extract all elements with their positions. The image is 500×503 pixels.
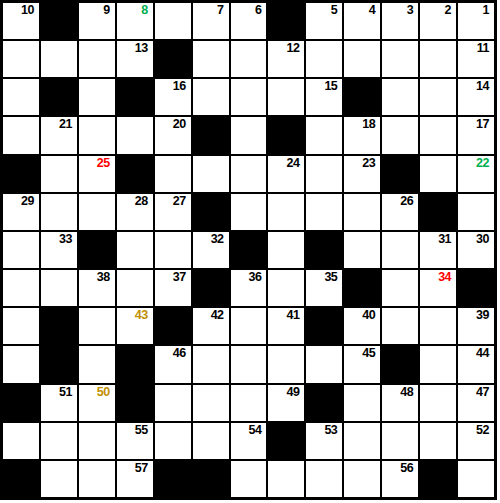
cell-r1c12[interactable]: 2	[420, 3, 456, 39]
clue-number-5: 5	[331, 3, 337, 17]
cell-r9c3[interactable]	[79, 308, 115, 344]
cell-r10c2-black	[41, 346, 77, 382]
cell-r2c12[interactable]	[420, 41, 456, 77]
cell-r9c9-black	[306, 308, 342, 344]
cell-r7c12[interactable]: 31	[420, 232, 456, 268]
cell-r8c4[interactable]	[117, 270, 153, 306]
cell-r7c11[interactable]	[382, 232, 418, 268]
cell-r6c2[interactable]	[41, 194, 77, 230]
clue-number-48: 48	[400, 385, 413, 399]
cell-r10c12[interactable]	[420, 346, 456, 382]
cell-r7c7-black	[231, 232, 267, 268]
cell-r13c11[interactable]: 56	[382, 461, 418, 497]
cell-r10c11-black	[382, 346, 418, 382]
cell-r9c2-black	[41, 308, 77, 344]
clue-number-56: 56	[400, 461, 413, 475]
clue-number-55: 55	[135, 423, 148, 437]
cell-r1c7[interactable]: 6	[231, 3, 267, 39]
cell-r6c8[interactable]	[268, 194, 304, 230]
cell-r9c1[interactable]	[3, 308, 39, 344]
cell-r2c4[interactable]: 13	[117, 41, 153, 77]
clue-number-15: 15	[324, 79, 337, 93]
clue-number-42: 42	[211, 308, 224, 322]
cell-r11c4-black	[117, 385, 153, 421]
cell-r13c13[interactable]	[458, 461, 494, 497]
clue-number-7: 7	[217, 3, 223, 17]
cell-r5c5[interactable]	[155, 156, 191, 192]
cell-r3c4-black	[117, 79, 153, 115]
cell-r7c1[interactable]	[3, 232, 39, 268]
cell-r10c1[interactable]	[3, 346, 39, 382]
cell-r2c13[interactable]: 11	[458, 41, 494, 77]
clue-number-41: 41	[286, 308, 299, 322]
clue-number-17: 17	[476, 117, 489, 131]
clue-number-43: 43	[135, 308, 148, 322]
cell-r1c10[interactable]: 4	[344, 3, 380, 39]
cell-r12c5[interactable]	[155, 423, 191, 459]
cell-r12c13[interactable]: 52	[458, 423, 494, 459]
cell-r2c9[interactable]	[306, 41, 342, 77]
cell-r11c2[interactable]: 51	[41, 385, 77, 421]
clue-number-10: 10	[21, 3, 34, 17]
clue-number-31: 31	[438, 232, 451, 246]
cell-r8c8[interactable]	[268, 270, 304, 306]
clue-number-11: 11	[477, 41, 489, 55]
cell-r2c7[interactable]	[231, 41, 267, 77]
cell-r7c2[interactable]: 33	[41, 232, 77, 268]
cell-r10c9[interactable]	[306, 346, 342, 382]
cell-r5c3[interactable]: 25	[79, 156, 115, 192]
cell-r6c10[interactable]	[344, 194, 380, 230]
clue-number-35: 35	[324, 270, 337, 284]
cell-r13c9[interactable]	[306, 461, 342, 497]
cell-r8c12[interactable]: 34	[420, 270, 456, 306]
clue-number-18: 18	[362, 117, 375, 131]
cell-r8c3[interactable]: 38	[79, 270, 115, 306]
clue-number-33: 33	[59, 232, 72, 246]
clue-number-16: 16	[173, 79, 186, 93]
clue-number-50: 50	[97, 385, 110, 399]
cell-r12c9[interactable]: 53	[306, 423, 342, 459]
cell-r4c9[interactable]	[306, 117, 342, 153]
clue-number-9: 9	[103, 3, 109, 17]
cell-r3c3[interactable]	[79, 79, 115, 115]
clue-number-13: 13	[135, 41, 148, 55]
cell-r9c11[interactable]	[382, 308, 418, 344]
cell-r6c5[interactable]: 27	[155, 194, 191, 230]
clue-number-49: 49	[286, 385, 299, 399]
cell-r10c4-black	[117, 346, 153, 382]
cell-r10c13[interactable]: 44	[458, 346, 494, 382]
cell-r3c13[interactable]: 14	[458, 79, 494, 115]
clue-number-47: 47	[476, 385, 489, 399]
clue-number-44: 44	[476, 346, 489, 360]
clue-number-1: 1	[483, 3, 489, 17]
cell-r3c5[interactable]: 16	[155, 79, 191, 115]
cell-r6c7[interactable]	[231, 194, 267, 230]
cell-r9c7[interactable]	[231, 308, 267, 344]
clue-number-6: 6	[255, 3, 261, 17]
cell-r8c11[interactable]	[382, 270, 418, 306]
clue-number-52: 52	[476, 423, 489, 437]
cell-r13c5-black	[155, 461, 191, 497]
cell-r2c8[interactable]: 12	[268, 41, 304, 77]
clue-number-26: 26	[400, 194, 413, 208]
clue-number-38: 38	[97, 270, 110, 284]
cell-r1c1[interactable]: 10	[3, 3, 39, 39]
cell-r6c13[interactable]	[458, 194, 494, 230]
cell-r12c2[interactable]	[41, 423, 77, 459]
clue-number-54: 54	[249, 423, 262, 437]
cell-r13c6-black	[193, 461, 229, 497]
cell-r4c3[interactable]	[79, 117, 115, 153]
cell-r2c5-black	[155, 41, 191, 77]
cell-r9c8[interactable]: 41	[268, 308, 304, 344]
cell-r8c2[interactable]	[41, 270, 77, 306]
cell-r11c13[interactable]: 47	[458, 385, 494, 421]
cell-r11c11[interactable]: 48	[382, 385, 418, 421]
crossword-grid: 1098765432113121116151421201817252423222…	[0, 0, 497, 500]
cell-r2c6[interactable]	[193, 41, 229, 77]
cell-r4c1[interactable]	[3, 117, 39, 153]
clue-number-53: 53	[324, 423, 337, 437]
cell-r12c8-black	[268, 423, 304, 459]
cell-r13c8[interactable]	[268, 461, 304, 497]
cell-r1c4[interactable]: 8	[117, 3, 153, 39]
cell-r4c10[interactable]: 18	[344, 117, 380, 153]
cell-r1c9[interactable]: 5	[306, 3, 342, 39]
cell-r11c6[interactable]	[193, 385, 229, 421]
cell-r4c8-black	[268, 117, 304, 153]
clue-number-27: 27	[173, 194, 186, 208]
cell-r7c4[interactable]	[117, 232, 153, 268]
cell-r7c5[interactable]	[155, 232, 191, 268]
cell-r11c5[interactable]	[155, 385, 191, 421]
clue-number-20: 20	[173, 117, 186, 131]
cell-r11c10[interactable]	[344, 385, 380, 421]
cell-r1c8-black	[268, 3, 304, 39]
clue-number-39: 39	[476, 308, 489, 322]
cell-r6c6-black	[193, 194, 229, 230]
cell-r3c12[interactable]	[420, 79, 456, 115]
cell-r6c12-black	[420, 194, 456, 230]
cell-r12c10[interactable]	[344, 423, 380, 459]
cell-r6c3[interactable]	[79, 194, 115, 230]
cell-r10c5[interactable]: 46	[155, 346, 191, 382]
clue-number-12: 12	[286, 41, 299, 55]
cell-r12c11[interactable]	[382, 423, 418, 459]
cell-r7c9-black	[306, 232, 342, 268]
cell-r12c6[interactable]	[193, 423, 229, 459]
cell-r9c10[interactable]: 40	[344, 308, 380, 344]
cell-r2c3[interactable]	[79, 41, 115, 77]
cell-r2c2[interactable]	[41, 41, 77, 77]
clue-number-25: 25	[97, 156, 110, 170]
cell-r2c11[interactable]	[382, 41, 418, 77]
cell-r10c7[interactable]	[231, 346, 267, 382]
cell-r9c5-black	[155, 308, 191, 344]
clue-number-24: 24	[286, 156, 299, 170]
cell-r7c6[interactable]: 32	[193, 232, 229, 268]
cell-r3c11[interactable]	[382, 79, 418, 115]
cell-r8c10-black	[344, 270, 380, 306]
clue-number-23: 23	[362, 156, 375, 170]
cell-r4c6-black	[193, 117, 229, 153]
crossword-page: 1098765432113121116151421201817252423222…	[0, 0, 500, 503]
cell-r11c12[interactable]	[420, 385, 456, 421]
cell-r1c6[interactable]: 7	[193, 3, 229, 39]
cell-r11c3[interactable]: 50	[79, 385, 115, 421]
clue-number-4: 4	[369, 3, 375, 17]
cell-r8c7[interactable]: 36	[231, 270, 267, 306]
cell-r8c1[interactable]	[3, 270, 39, 306]
cell-r7c8[interactable]	[268, 232, 304, 268]
cell-r10c6[interactable]	[193, 346, 229, 382]
cell-r1c11[interactable]: 3	[382, 3, 418, 39]
cell-r7c10[interactable]	[344, 232, 380, 268]
cell-r13c4[interactable]: 57	[117, 461, 153, 497]
clue-number-37: 37	[173, 270, 186, 284]
cell-r4c7[interactable]	[231, 117, 267, 153]
cell-r3c9[interactable]: 15	[306, 79, 342, 115]
cell-r6c4[interactable]: 28	[117, 194, 153, 230]
cell-r10c8[interactable]	[268, 346, 304, 382]
cell-r10c3[interactable]	[79, 346, 115, 382]
cell-r5c1-black	[3, 156, 39, 192]
clue-number-46: 46	[173, 346, 186, 360]
clue-number-8: 8	[141, 3, 147, 17]
cell-r4c11[interactable]	[382, 117, 418, 153]
cell-r9c4[interactable]: 43	[117, 308, 153, 344]
cell-r1c13[interactable]: 1	[458, 3, 494, 39]
cell-r11c7[interactable]	[231, 385, 267, 421]
cell-r8c6-black	[193, 270, 229, 306]
cell-r8c5[interactable]: 37	[155, 270, 191, 306]
cell-r4c4[interactable]	[117, 117, 153, 153]
cell-r8c9[interactable]: 35	[306, 270, 342, 306]
clue-number-57: 57	[135, 461, 148, 475]
cell-r11c9-black	[306, 385, 342, 421]
cell-r8c13-black	[458, 270, 494, 306]
cell-r5c9[interactable]	[306, 156, 342, 192]
cell-r5c6[interactable]	[193, 156, 229, 192]
cell-r5c10[interactable]: 23	[344, 156, 380, 192]
clue-number-40: 40	[362, 308, 375, 322]
clue-number-3: 3	[407, 3, 413, 17]
clue-number-29: 29	[21, 194, 34, 208]
cell-r13c7[interactable]	[231, 461, 267, 497]
cell-r4c13[interactable]: 17	[458, 117, 494, 153]
clue-number-45: 45	[362, 346, 375, 360]
cell-r2c1[interactable]	[3, 41, 39, 77]
cell-r2c10[interactable]	[344, 41, 380, 77]
clue-number-28: 28	[135, 194, 148, 208]
cell-r11c1-black	[3, 385, 39, 421]
cell-r13c3[interactable]	[79, 461, 115, 497]
cell-r5c8[interactable]: 24	[268, 156, 304, 192]
cell-r3c7[interactable]	[231, 79, 267, 115]
clue-number-34: 34	[438, 270, 451, 284]
clue-number-2: 2	[445, 3, 451, 17]
cell-r5c12[interactable]	[420, 156, 456, 192]
clue-number-30: 30	[476, 232, 489, 246]
cell-r7c13[interactable]: 30	[458, 232, 494, 268]
cell-r5c13[interactable]: 22	[458, 156, 494, 192]
cell-r6c11[interactable]: 26	[382, 194, 418, 230]
cell-r12c4[interactable]: 55	[117, 423, 153, 459]
cell-r4c5[interactable]: 20	[155, 117, 191, 153]
cell-r13c1-black	[3, 461, 39, 497]
cell-r4c12[interactable]	[420, 117, 456, 153]
cell-r1c2-black	[41, 3, 77, 39]
cell-r9c6[interactable]: 42	[193, 308, 229, 344]
clue-number-14: 14	[476, 79, 489, 93]
cell-r12c7[interactable]: 54	[231, 423, 267, 459]
cell-r5c11-black	[382, 156, 418, 192]
cell-r11c8[interactable]: 49	[268, 385, 304, 421]
cell-r6c1[interactable]: 29	[3, 194, 39, 230]
cell-r6c9[interactable]	[306, 194, 342, 230]
cell-r13c12-black	[420, 461, 456, 497]
cell-r5c4-black	[117, 156, 153, 192]
cell-r3c1[interactable]	[3, 79, 39, 115]
cell-r3c6[interactable]	[193, 79, 229, 115]
cell-r12c12[interactable]	[420, 423, 456, 459]
clue-number-51: 51	[59, 385, 72, 399]
cell-r12c3[interactable]	[79, 423, 115, 459]
cell-r9c12[interactable]	[420, 308, 456, 344]
cell-r5c2[interactable]	[41, 156, 77, 192]
cell-r1c3[interactable]: 9	[79, 3, 115, 39]
cell-r12c1[interactable]	[3, 423, 39, 459]
cell-r10c10[interactable]: 45	[344, 346, 380, 382]
clue-number-22: 22	[476, 156, 489, 170]
cell-r3c8[interactable]	[268, 79, 304, 115]
cell-r13c10[interactable]	[344, 461, 380, 497]
cell-r9c13[interactable]: 39	[458, 308, 494, 344]
cell-r3c10-black	[344, 79, 380, 115]
cell-r13c2[interactable]	[41, 461, 77, 497]
cell-r1c5[interactable]	[155, 3, 191, 39]
cell-r7c3-black	[79, 232, 115, 268]
cell-r3c2-black	[41, 79, 77, 115]
cell-r4c2[interactable]: 21	[41, 117, 77, 153]
clue-number-21: 21	[59, 117, 72, 131]
clue-number-32: 32	[211, 232, 224, 246]
cell-r5c7[interactable]	[231, 156, 267, 192]
clue-number-36: 36	[249, 270, 262, 284]
